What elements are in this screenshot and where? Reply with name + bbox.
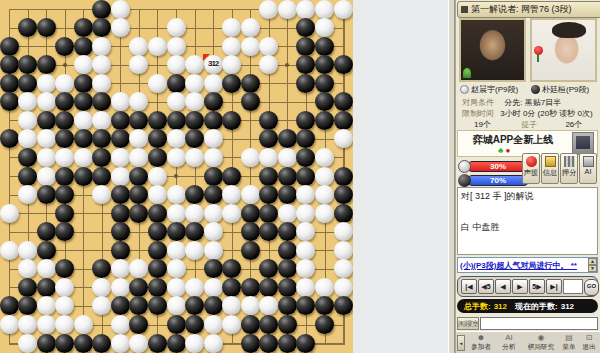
- exit-button[interactable]: ⊡ 退出: [580, 333, 598, 353]
- plant-icon: [463, 68, 471, 78]
- stone-white[interactable]: [148, 185, 167, 204]
- stone-white[interactable]: [37, 92, 56, 111]
- black-stone-icon: [531, 85, 540, 94]
- nav-back5-button[interactable]: ◀5: [478, 279, 494, 294]
- stone-black[interactable]: [55, 167, 74, 186]
- nav-last-button[interactable]: ▶|: [546, 279, 562, 294]
- stone-black[interactable]: [222, 167, 241, 186]
- stone-black[interactable]: [334, 55, 353, 74]
- go-button[interactable]: GO: [584, 279, 599, 296]
- stone-black[interactable]: [0, 92, 19, 111]
- stone-black[interactable]: [296, 37, 315, 56]
- stone-white[interactable]: [167, 37, 186, 56]
- nav-forward5-button[interactable]: 5▶: [529, 279, 545, 294]
- stone-black[interactable]: [278, 185, 297, 204]
- stone-white[interactable]: [204, 278, 223, 297]
- stone-white[interactable]: [167, 296, 186, 315]
- chat-message-link[interactable]: (小)(P3段)超人气对局进行中。 **: [460, 260, 586, 271]
- stone-black[interactable]: [334, 185, 353, 204]
- stone-white[interactable]: [241, 18, 260, 37]
- stone-white[interactable]: [315, 148, 334, 167]
- stone-white[interactable]: [334, 222, 353, 241]
- stone-white[interactable]: [167, 278, 186, 297]
- stone-black[interactable]: [204, 259, 223, 278]
- stone-white[interactable]: [167, 259, 186, 278]
- stone-white[interactable]: [185, 204, 204, 223]
- stone-white[interactable]: [18, 241, 37, 260]
- info-label: 信息: [543, 168, 557, 178]
- stone-white[interactable]: [185, 74, 204, 93]
- stone-black[interactable]: [278, 315, 297, 334]
- time-value: 3小时 0分 (20秒 读秒 0次): [500, 109, 592, 118]
- panel-title-bar: 第一解说者: 网管76 (3段): [457, 1, 600, 18]
- stone-black[interactable]: [37, 111, 56, 130]
- stone-black[interactable]: [167, 222, 186, 241]
- stone-black[interactable]: [37, 278, 56, 297]
- panel-title: 第一解说者: 网管76 (3段): [471, 3, 572, 16]
- stone-white[interactable]: [0, 315, 19, 334]
- white-vote-knob: [458, 160, 471, 173]
- stone-black[interactable]: [167, 74, 186, 93]
- stone-black[interactable]: [92, 167, 111, 186]
- menu-button[interactable]: ▤ 菜单: [560, 333, 578, 353]
- stone-white[interactable]: [259, 37, 278, 56]
- stone-black[interactable]: [148, 111, 167, 130]
- stone-black[interactable]: [278, 167, 297, 186]
- stone-white[interactable]: [204, 74, 223, 93]
- stone-white[interactable]: 312: [204, 55, 223, 74]
- stone-black[interactable]: [222, 74, 241, 93]
- stone-white[interactable]: [55, 278, 74, 297]
- bet-label: 押分: [562, 168, 576, 178]
- stone-black[interactable]: [37, 18, 56, 37]
- ai-button[interactable]: AI: [579, 153, 597, 184]
- stone-black[interactable]: [334, 167, 353, 186]
- stone-black[interactable]: [55, 37, 74, 56]
- ai-icon: AI: [498, 333, 520, 342]
- stone-white[interactable]: [204, 222, 223, 241]
- side-panel: 第一解说者: 网管76 (3段) 赵晨宇(P9段) 朴廷桓(P9段) 对局条件 …: [455, 0, 600, 353]
- stone-white[interactable]: [167, 18, 186, 37]
- collapse-panel-button[interactable]: ◂: [457, 335, 465, 351]
- white-player-name: 赵晨宇(P9段): [471, 84, 518, 95]
- total-moves-label: 总手数:: [464, 301, 491, 312]
- stone-white[interactable]: [37, 296, 56, 315]
- stone-black[interactable]: [0, 37, 19, 56]
- stone-black[interactable]: [222, 111, 241, 130]
- stone-black[interactable]: [259, 204, 278, 223]
- stone-black[interactable]: [334, 92, 353, 111]
- rose-icon: [534, 46, 543, 55]
- window-gap: [353, 0, 448, 353]
- stone-black[interactable]: [148, 334, 167, 353]
- stone-white[interactable]: [148, 167, 167, 186]
- stone-black[interactable]: [55, 111, 74, 130]
- stone-black[interactable]: [37, 222, 56, 241]
- stone-black[interactable]: [315, 315, 334, 334]
- stone-black[interactable]: [74, 74, 93, 93]
- stone-black[interactable]: [18, 148, 37, 167]
- stone-white[interactable]: [241, 37, 260, 56]
- stone-white[interactable]: [167, 55, 186, 74]
- stone-black[interactable]: [278, 222, 297, 241]
- chat-input[interactable]: [480, 317, 598, 330]
- stone-black[interactable]: [334, 204, 353, 223]
- stone-black[interactable]: [167, 315, 186, 334]
- menu-icon: ▤: [560, 333, 578, 342]
- stone-white[interactable]: [111, 148, 130, 167]
- info-box-icon: [545, 156, 556, 167]
- stone-white[interactable]: [18, 315, 37, 334]
- stone-black[interactable]: [111, 241, 130, 260]
- stone-black[interactable]: [0, 74, 19, 93]
- total-moves-value: 312: [494, 302, 507, 311]
- player-hair: [552, 22, 586, 38]
- ai-label: AI: [581, 167, 595, 175]
- commentary-result-line: 白 中盘胜: [461, 221, 594, 234]
- stone-black[interactable]: [241, 278, 260, 297]
- stone-black[interactable]: [111, 222, 130, 241]
- condition-label: 对局条件: [462, 98, 494, 107]
- stone-white[interactable]: [111, 334, 130, 353]
- white-player-row: 赵晨宇(P9段): [460, 84, 518, 94]
- stone-white[interactable]: [167, 185, 186, 204]
- stone-white[interactable]: [278, 0, 297, 19]
- stone-white[interactable]: [74, 55, 93, 74]
- participants-button[interactable]: ☻ 参加者: [468, 333, 494, 353]
- stone-black[interactable]: [74, 18, 93, 37]
- nav-first-button[interactable]: |◀: [461, 279, 477, 294]
- stone-black[interactable]: [278, 334, 297, 353]
- stone-black[interactable]: [204, 92, 223, 111]
- stone-white[interactable]: [334, 259, 353, 278]
- black-vote-bar[interactable]: 70%: [458, 174, 529, 187]
- current-move-value: 312: [561, 302, 574, 311]
- stone-black[interactable]: [111, 111, 130, 130]
- stone-black[interactable]: [334, 296, 353, 315]
- move-number-input[interactable]: [563, 279, 583, 294]
- stone-black[interactable]: [0, 296, 19, 315]
- stone-black[interactable]: [18, 167, 37, 186]
- white-vote-bar[interactable]: 30%: [458, 160, 529, 173]
- stone-white[interactable]: [204, 315, 223, 334]
- go-board[interactable]: 312: [0, 0, 353, 353]
- stone-black[interactable]: [148, 204, 167, 223]
- stone-white[interactable]: [222, 37, 241, 56]
- stone-white[interactable]: [111, 315, 130, 334]
- ai-analysis-button[interactable]: AI 分析: [498, 333, 520, 353]
- stone-black[interactable]: [241, 334, 260, 353]
- stone-black[interactable]: [241, 204, 260, 223]
- nav-back-button[interactable]: ◀: [495, 279, 511, 294]
- stone-black[interactable]: [148, 278, 167, 297]
- stone-white[interactable]: [37, 315, 56, 334]
- app-window: 312 第一解说者: 网管76 (3段) 赵晨宇(P9段) 朴廷桓(P9段) 对…: [0, 0, 600, 353]
- banner-icons: ♣ ●: [498, 146, 510, 155]
- captures-black: 26个: [565, 120, 582, 129]
- stone-black[interactable]: [334, 111, 353, 130]
- stone-white[interactable]: [167, 241, 186, 260]
- stone-white[interactable]: [37, 74, 56, 93]
- chat-ticker[interactable]: (小)(P3段)超人气对局进行中。 ** ▲ ▼: [457, 257, 598, 273]
- white-player-photo: [459, 18, 526, 82]
- bottom-toolbar: ◂ ☻ 参加者 AI 分析 ◉ 棋局研究 ▤ 菜单 ⊡ 退出: [456, 331, 600, 353]
- cheer-label: 声援: [524, 168, 538, 178]
- time-label: 限制时间: [462, 109, 494, 118]
- stone-white[interactable]: [111, 278, 130, 297]
- white-vote-pct: 30%: [468, 162, 528, 171]
- stone-white[interactable]: [315, 0, 334, 19]
- stone-white[interactable]: [167, 129, 186, 148]
- stone-black[interactable]: [18, 18, 37, 37]
- stone-white[interactable]: [74, 148, 93, 167]
- stone-black[interactable]: [241, 92, 260, 111]
- stone-black[interactable]: [74, 92, 93, 111]
- scroll-up-button[interactable]: ▲: [588, 258, 597, 265]
- commentator-icon: [461, 6, 468, 13]
- stone-white[interactable]: [222, 204, 241, 223]
- apple-icon: ●: [505, 146, 510, 155]
- current-move-label: 现在的手数:: [515, 301, 558, 312]
- stone-black[interactable]: [185, 315, 204, 334]
- commentary-move-line: 对[ 312 手 ]的解说: [461, 190, 594, 203]
- last-move-number: 312: [204, 59, 223, 68]
- stone-white[interactable]: [167, 148, 186, 167]
- cheer-button[interactable]: 声援: [522, 153, 540, 184]
- exit-icon: ⊡: [580, 333, 598, 342]
- stone-white[interactable]: [111, 18, 130, 37]
- stone-black[interactable]: [129, 204, 148, 223]
- stone-white[interactable]: [315, 278, 334, 297]
- stone-white[interactable]: [204, 241, 223, 260]
- stone-white[interactable]: [92, 74, 111, 93]
- stone-black[interactable]: [18, 278, 37, 297]
- stone-black[interactable]: [204, 296, 223, 315]
- stone-white[interactable]: [18, 185, 37, 204]
- stone-black[interactable]: [111, 204, 130, 223]
- stone-white[interactable]: [37, 148, 56, 167]
- stone-black[interactable]: [241, 241, 260, 260]
- stone-black[interactable]: [315, 74, 334, 93]
- stone-white[interactable]: [185, 241, 204, 260]
- black-player-name: 朴廷桓(P9段): [542, 84, 589, 95]
- stone-white[interactable]: [241, 185, 260, 204]
- stone-white[interactable]: [315, 18, 334, 37]
- stone-white[interactable]: [315, 185, 334, 204]
- stone-white[interactable]: [185, 148, 204, 167]
- black-player-photo: [530, 18, 597, 82]
- stone-white[interactable]: [55, 148, 74, 167]
- stone-black[interactable]: [241, 315, 260, 334]
- stone-black[interactable]: [204, 185, 223, 204]
- stone-black[interactable]: [18, 74, 37, 93]
- stone-black[interactable]: [241, 222, 260, 241]
- stone-black[interactable]: [222, 278, 241, 297]
- black-player-row: 朴廷桓(P9段): [531, 84, 589, 94]
- panel-divider[interactable]: [448, 0, 455, 353]
- stone-white[interactable]: [111, 0, 130, 19]
- stone-white[interactable]: [296, 204, 315, 223]
- move-counter-bar: 总手数: 312 现在的手数: 312: [457, 299, 598, 313]
- stone-white[interactable]: [92, 37, 111, 56]
- research-icon: ◉: [524, 333, 558, 342]
- stone-black[interactable]: [167, 111, 186, 130]
- stone-black[interactable]: [315, 111, 334, 130]
- captures-white: 19个: [474, 120, 491, 129]
- info-button[interactable]: 信息: [541, 153, 559, 184]
- stone-black[interactable]: [259, 334, 278, 353]
- captures-label: 提子: [521, 120, 537, 129]
- stone-black[interactable]: [37, 334, 56, 353]
- stone-white[interactable]: [334, 241, 353, 260]
- stone-black[interactable]: [167, 334, 186, 353]
- stone-black[interactable]: [74, 167, 93, 186]
- stone-white[interactable]: [185, 278, 204, 297]
- condition-value: 分先: 黑贴7目半: [504, 98, 561, 107]
- person-icon: ☻: [468, 333, 494, 342]
- stone-black[interactable]: [185, 111, 204, 130]
- move-navigation-bar: |◀ ◀5 ◀ ▶ 5▶ ▶| GO: [457, 276, 598, 297]
- white-stone-icon: [460, 85, 469, 94]
- stone-white[interactable]: [74, 315, 93, 334]
- stone-white[interactable]: [74, 111, 93, 130]
- stone-black[interactable]: [74, 37, 93, 56]
- star-point: [63, 63, 67, 67]
- stone-black[interactable]: [241, 74, 260, 93]
- stone-black[interactable]: [315, 37, 334, 56]
- condition-row: 对局条件 分先: 黑贴7目半: [456, 97, 600, 108]
- stone-white[interactable]: [204, 148, 223, 167]
- stone-black[interactable]: [92, 0, 111, 19]
- cheer-ball-icon: [526, 156, 537, 167]
- black-vote-knob: [458, 174, 471, 187]
- stone-white[interactable]: [129, 37, 148, 56]
- bet-button[interactable]: 押分: [560, 153, 578, 184]
- stone-white[interactable]: [334, 129, 353, 148]
- stone-black[interactable]: [55, 334, 74, 353]
- stone-black[interactable]: [148, 148, 167, 167]
- stone-black[interactable]: [0, 55, 19, 74]
- stone-white[interactable]: [296, 0, 315, 19]
- chat-room-label: 闲聊室: [457, 317, 479, 330]
- stone-black[interactable]: [92, 334, 111, 353]
- stone-white[interactable]: [259, 0, 278, 19]
- clover-icon: ♣: [498, 146, 503, 155]
- nav-forward-button[interactable]: ▶: [512, 279, 528, 294]
- stone-white[interactable]: [278, 204, 297, 223]
- stone-black[interactable]: [0, 129, 19, 148]
- commentary-box: 对[ 312 手 ]的解说 白 中盘胜: [457, 187, 598, 255]
- stone-black[interactable]: [204, 111, 223, 130]
- phone-graphic: [572, 132, 594, 155]
- stone-white[interactable]: [148, 74, 167, 93]
- stone-white[interactable]: [334, 278, 353, 297]
- stone-white[interactable]: [37, 129, 56, 148]
- captures-row: 19个 提子 26个: [456, 119, 600, 130]
- banner-text: 弈城APP全新上线: [458, 133, 568, 147]
- stone-white[interactable]: [167, 92, 186, 111]
- stone-white[interactable]: [334, 0, 353, 19]
- stone-white[interactable]: [0, 241, 19, 260]
- stone-white[interactable]: [315, 204, 334, 223]
- scroll-down-button[interactable]: ▼: [588, 265, 597, 272]
- stone-black[interactable]: [204, 167, 223, 186]
- stone-black[interactable]: [37, 185, 56, 204]
- stone-white[interactable]: [204, 334, 223, 353]
- stone-white[interactable]: [148, 37, 167, 56]
- stone-white[interactable]: [37, 167, 56, 186]
- stone-black[interactable]: [37, 241, 56, 260]
- stone-white[interactable]: [111, 167, 130, 186]
- stone-black[interactable]: [111, 185, 130, 204]
- time-row: 限制时间 3小时 0分 (20秒 读秒 0次): [456, 108, 600, 119]
- stone-white[interactable]: [204, 129, 223, 148]
- stone-white[interactable]: [278, 148, 297, 167]
- stone-white[interactable]: [167, 204, 186, 223]
- stone-white[interactable]: [129, 334, 148, 353]
- stone-black[interactable]: [278, 278, 297, 297]
- stone-black[interactable]: [148, 241, 167, 260]
- stone-black[interactable]: [259, 167, 278, 186]
- stone-white[interactable]: [0, 204, 19, 223]
- stone-black[interactable]: [37, 55, 56, 74]
- game-research-button[interactable]: ◉ 棋局研究: [524, 333, 558, 353]
- stone-black[interactable]: [74, 334, 93, 353]
- stone-black[interactable]: [55, 204, 74, 223]
- stone-white[interactable]: [241, 148, 260, 167]
- stone-white[interactable]: [315, 167, 334, 186]
- stone-white[interactable]: [55, 74, 74, 93]
- stone-black[interactable]: [296, 167, 315, 186]
- stone-white[interactable]: [185, 334, 204, 353]
- stone-black[interactable]: [129, 167, 148, 186]
- bet-grid-icon: [564, 156, 575, 167]
- black-vote-pct: 70%: [468, 176, 528, 185]
- chat-input-row: 闲聊室: [457, 317, 598, 331]
- stone-white[interactable]: [18, 111, 37, 130]
- robot-icon: [583, 156, 594, 167]
- stone-black[interactable]: [278, 241, 297, 260]
- stone-white[interactable]: [204, 204, 223, 223]
- stone-white[interactable]: [37, 259, 56, 278]
- stone-white[interactable]: [18, 334, 37, 353]
- stone-black[interactable]: [296, 334, 315, 353]
